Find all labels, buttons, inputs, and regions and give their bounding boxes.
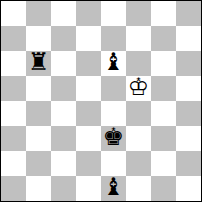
square-b3[interactable] <box>26 126 51 151</box>
square-e8[interactable] <box>101 1 126 26</box>
square-d3[interactable] <box>76 126 101 151</box>
black-king-icon: ♚ <box>103 125 125 150</box>
chess-board: ♜♝♔♚♝ <box>0 0 202 202</box>
square-d8[interactable] <box>76 1 101 26</box>
square-a8[interactable] <box>1 1 26 26</box>
square-h3[interactable] <box>176 126 201 151</box>
square-b2[interactable] <box>26 151 51 176</box>
black-bishop-icon: ♝ <box>103 50 125 75</box>
square-d6[interactable] <box>76 51 101 76</box>
square-c1[interactable] <box>51 176 76 201</box>
square-e5[interactable] <box>101 76 126 101</box>
square-a3[interactable] <box>1 126 26 151</box>
square-h2[interactable] <box>176 151 201 176</box>
square-c4[interactable] <box>51 101 76 126</box>
square-h5[interactable] <box>176 76 201 101</box>
square-g1[interactable] <box>151 176 176 201</box>
square-a5[interactable] <box>1 76 26 101</box>
black-bishop-icon: ♝ <box>103 175 125 200</box>
square-c7[interactable] <box>51 26 76 51</box>
square-f3[interactable] <box>126 126 151 151</box>
square-a6[interactable] <box>1 51 26 76</box>
square-b8[interactable] <box>26 1 51 26</box>
square-a7[interactable] <box>1 26 26 51</box>
square-b4[interactable] <box>26 101 51 126</box>
square-c2[interactable] <box>51 151 76 176</box>
square-g8[interactable] <box>151 1 176 26</box>
square-b5[interactable] <box>26 76 51 101</box>
square-d7[interactable] <box>76 26 101 51</box>
square-d1[interactable] <box>76 176 101 201</box>
square-b1[interactable] <box>26 176 51 201</box>
square-g7[interactable] <box>151 26 176 51</box>
square-g2[interactable] <box>151 151 176 176</box>
square-g3[interactable] <box>151 126 176 151</box>
square-e3[interactable]: ♚ <box>101 126 126 151</box>
square-d5[interactable] <box>76 76 101 101</box>
square-c6[interactable] <box>51 51 76 76</box>
square-h4[interactable] <box>176 101 201 126</box>
square-f2[interactable] <box>126 151 151 176</box>
square-d4[interactable] <box>76 101 101 126</box>
square-h6[interactable] <box>176 51 201 76</box>
square-f4[interactable] <box>126 101 151 126</box>
chess-diagram: ♜♝♔♚♝ <box>0 0 202 202</box>
square-c5[interactable] <box>51 76 76 101</box>
square-a4[interactable] <box>1 101 26 126</box>
square-c8[interactable] <box>51 1 76 26</box>
black-rook-icon: ♜ <box>28 50 50 75</box>
square-d2[interactable] <box>76 151 101 176</box>
square-e6[interactable]: ♝ <box>101 51 126 76</box>
white-king-icon: ♔ <box>128 75 150 100</box>
square-g4[interactable] <box>151 101 176 126</box>
square-h8[interactable] <box>176 1 201 26</box>
square-h1[interactable] <box>176 176 201 201</box>
square-f7[interactable] <box>126 26 151 51</box>
square-b6[interactable]: ♜ <box>26 51 51 76</box>
square-f8[interactable] <box>126 1 151 26</box>
square-e1[interactable]: ♝ <box>101 176 126 201</box>
square-h7[interactable] <box>176 26 201 51</box>
square-c3[interactable] <box>51 126 76 151</box>
square-f5[interactable]: ♔ <box>126 76 151 101</box>
square-a2[interactable] <box>1 151 26 176</box>
square-g5[interactable] <box>151 76 176 101</box>
square-g6[interactable] <box>151 51 176 76</box>
square-a1[interactable] <box>1 176 26 201</box>
square-f1[interactable] <box>126 176 151 201</box>
